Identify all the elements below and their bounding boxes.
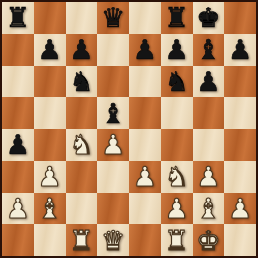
square-g5[interactable] (193, 97, 225, 129)
square-h8[interactable] (224, 2, 256, 34)
square-f2[interactable]: ♟ (161, 193, 193, 225)
square-b5[interactable] (34, 97, 66, 129)
square-d2[interactable] (97, 193, 129, 225)
square-e8[interactable] (129, 2, 161, 34)
piece-white-pawn: ♟ (38, 163, 62, 190)
piece-black-king: ♚ (196, 4, 220, 31)
piece-black-knight: ♞ (69, 68, 93, 95)
square-h5[interactable] (224, 97, 256, 129)
square-b8[interactable] (34, 2, 66, 34)
piece-black-bishop: ♝ (196, 36, 220, 63)
square-g7[interactable]: ♝ (193, 34, 225, 66)
square-g6[interactable]: ♟ (193, 66, 225, 98)
square-e4[interactable] (129, 129, 161, 161)
square-d1[interactable]: ♛ (97, 224, 129, 256)
square-f4[interactable] (161, 129, 193, 161)
piece-white-knight: ♞ (165, 163, 189, 190)
piece-black-knight: ♞ (165, 68, 189, 95)
piece-white-king: ♚ (196, 227, 220, 254)
chess-board: ♜♛♜♚♟♟♟♟♝♟♞♞♟♝♟♞♟♟♟♞♟♟♝♟♝♟♜♛♜♚ (2, 2, 256, 256)
square-g8[interactable]: ♚ (193, 2, 225, 34)
square-a7[interactable] (2, 34, 34, 66)
square-b6[interactable] (34, 66, 66, 98)
piece-white-pawn: ♟ (228, 195, 252, 222)
square-h6[interactable] (224, 66, 256, 98)
piece-black-pawn: ♟ (6, 131, 30, 158)
square-e3[interactable]: ♟ (129, 161, 161, 193)
square-c2[interactable] (66, 193, 98, 225)
piece-white-pawn: ♟ (165, 195, 189, 222)
square-a6[interactable] (2, 66, 34, 98)
square-c4[interactable]: ♞ (66, 129, 98, 161)
square-h1[interactable] (224, 224, 256, 256)
square-c1[interactable]: ♜ (66, 224, 98, 256)
piece-white-rook: ♜ (69, 227, 93, 254)
piece-black-queen: ♛ (101, 4, 125, 31)
square-e2[interactable] (129, 193, 161, 225)
square-d3[interactable] (97, 161, 129, 193)
square-f1[interactable]: ♜ (161, 224, 193, 256)
piece-white-bishop: ♝ (196, 195, 220, 222)
piece-black-pawn: ♟ (228, 36, 252, 63)
piece-white-queen: ♛ (101, 227, 125, 254)
square-e5[interactable] (129, 97, 161, 129)
piece-black-bishop: ♝ (101, 100, 125, 127)
square-h2[interactable]: ♟ (224, 193, 256, 225)
square-b3[interactable]: ♟ (34, 161, 66, 193)
square-e7[interactable]: ♟ (129, 34, 161, 66)
square-a5[interactable] (2, 97, 34, 129)
square-g1[interactable]: ♚ (193, 224, 225, 256)
piece-black-pawn: ♟ (38, 36, 62, 63)
piece-white-pawn: ♟ (101, 131, 125, 158)
square-c6[interactable]: ♞ (66, 66, 98, 98)
square-d8[interactable]: ♛ (97, 2, 129, 34)
piece-white-bishop: ♝ (38, 195, 62, 222)
square-h7[interactable]: ♟ (224, 34, 256, 66)
piece-black-pawn: ♟ (196, 68, 220, 95)
square-c7[interactable]: ♟ (66, 34, 98, 66)
piece-white-knight: ♞ (69, 131, 93, 158)
square-a3[interactable] (2, 161, 34, 193)
piece-white-pawn: ♟ (6, 195, 30, 222)
square-f5[interactable] (161, 97, 193, 129)
square-f8[interactable]: ♜ (161, 2, 193, 34)
square-f7[interactable]: ♟ (161, 34, 193, 66)
piece-white-rook: ♜ (165, 227, 189, 254)
square-f3[interactable]: ♞ (161, 161, 193, 193)
chess-board-frame: ♜♛♜♚♟♟♟♟♝♟♞♞♟♝♟♞♟♟♟♞♟♟♝♟♝♟♜♛♜♚ (0, 0, 258, 258)
square-b2[interactable]: ♝ (34, 193, 66, 225)
square-g2[interactable]: ♝ (193, 193, 225, 225)
square-g3[interactable]: ♟ (193, 161, 225, 193)
square-c3[interactable] (66, 161, 98, 193)
square-b1[interactable] (34, 224, 66, 256)
square-d5[interactable]: ♝ (97, 97, 129, 129)
square-a4[interactable]: ♟ (2, 129, 34, 161)
square-a1[interactable] (2, 224, 34, 256)
square-b4[interactable] (34, 129, 66, 161)
square-d6[interactable] (97, 66, 129, 98)
piece-black-pawn: ♟ (69, 36, 93, 63)
square-c5[interactable] (66, 97, 98, 129)
square-e6[interactable] (129, 66, 161, 98)
piece-black-rook: ♜ (6, 4, 30, 31)
square-h3[interactable] (224, 161, 256, 193)
square-b7[interactable]: ♟ (34, 34, 66, 66)
square-a8[interactable]: ♜ (2, 2, 34, 34)
square-c8[interactable] (66, 2, 98, 34)
square-a2[interactable]: ♟ (2, 193, 34, 225)
square-e1[interactable] (129, 224, 161, 256)
square-d7[interactable] (97, 34, 129, 66)
piece-black-pawn: ♟ (165, 36, 189, 63)
square-g4[interactable] (193, 129, 225, 161)
piece-white-pawn: ♟ (133, 163, 157, 190)
square-f6[interactable]: ♞ (161, 66, 193, 98)
piece-black-pawn: ♟ (133, 36, 157, 63)
square-d4[interactable]: ♟ (97, 129, 129, 161)
square-h4[interactable] (224, 129, 256, 161)
piece-black-rook: ♜ (165, 4, 189, 31)
piece-white-pawn: ♟ (196, 163, 220, 190)
